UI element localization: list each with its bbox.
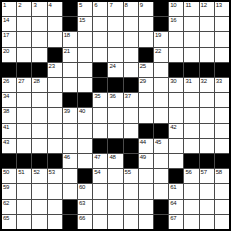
cell-r2-c1[interactable]: 14	[2, 17, 16, 31]
clue-number-2: 2	[18, 2, 21, 8]
clue-number-63: 63	[79, 200, 85, 206]
clue-number-31: 31	[185, 78, 191, 84]
cell-r12-c4[interactable]: 53	[48, 169, 62, 183]
cell-r2-c9[interactable]	[124, 17, 138, 31]
black-cell-r5-c12	[169, 63, 183, 77]
clue-number-23: 23	[49, 63, 55, 69]
cell-r15-c12[interactable]: 67	[169, 215, 183, 229]
cell-r13-c15[interactable]	[215, 184, 229, 198]
cell-r9-c9[interactable]	[124, 124, 138, 138]
cell-r4-c1[interactable]: 20	[2, 48, 16, 62]
cell-r11-c6[interactable]	[78, 154, 92, 168]
clue-number-34: 34	[3, 93, 9, 99]
black-cell-r10-c9	[124, 139, 138, 153]
cell-r6-c12[interactable]: 30	[169, 78, 183, 92]
cell-r5-c11[interactable]	[154, 63, 168, 77]
cell-r15-c14[interactable]	[200, 215, 214, 229]
black-cell-r1-c5	[63, 2, 77, 16]
cell-r12-c8[interactable]	[108, 169, 122, 183]
clue-number-35: 35	[94, 93, 100, 99]
cell-r3-c8[interactable]	[108, 32, 122, 46]
black-cell-r7-c5	[63, 93, 77, 107]
cell-r2-c4[interactable]	[48, 17, 62, 31]
clue-number-52: 52	[33, 169, 39, 175]
clue-number-54: 54	[94, 169, 100, 175]
cell-r13-c14[interactable]	[200, 184, 214, 198]
cell-r8-c1[interactable]: 38	[2, 108, 16, 122]
cell-r13-c9[interactable]	[124, 184, 138, 198]
cell-r9-c12[interactable]: 42	[169, 124, 183, 138]
clue-number-12: 12	[201, 2, 207, 8]
cell-r4-c7[interactable]	[93, 48, 107, 62]
cell-r8-c11[interactable]	[154, 108, 168, 122]
cell-r14-c3[interactable]	[32, 200, 46, 214]
cell-r1-c13[interactable]: 11	[184, 2, 198, 16]
cell-r7-c11[interactable]	[154, 93, 168, 107]
black-cell-r11-c4	[48, 154, 62, 168]
cell-r10-c10[interactable]: 44	[139, 139, 153, 153]
black-cell-r11-c2	[17, 154, 31, 168]
clue-number-33: 33	[216, 78, 222, 84]
cell-r9-c1[interactable]: 41	[2, 124, 16, 138]
cell-r7-c9[interactable]: 37	[124, 93, 138, 107]
cell-r11-c5[interactable]: 46	[63, 154, 77, 168]
cell-r10-c4[interactable]	[48, 139, 62, 153]
cell-r2-c2[interactable]	[17, 17, 31, 31]
cell-r3-c9[interactable]	[124, 32, 138, 46]
clue-number-11: 11	[185, 2, 191, 8]
cell-r6-c6[interactable]	[78, 78, 92, 92]
clue-number-50: 50	[3, 169, 9, 175]
cell-r15-c8[interactable]	[108, 215, 122, 229]
cell-r8-c5[interactable]: 39	[63, 108, 77, 122]
clue-number-6: 6	[94, 2, 97, 8]
cell-r6-c2[interactable]: 27	[17, 78, 31, 92]
black-cell-r5-c14	[200, 63, 214, 77]
cell-r11-c11[interactable]	[154, 154, 168, 168]
cell-r6-c15[interactable]: 33	[215, 78, 229, 92]
clue-number-5: 5	[79, 2, 82, 8]
cell-r13-c7[interactable]	[93, 184, 107, 198]
clue-number-21: 21	[64, 48, 70, 54]
clue-number-66: 66	[79, 215, 85, 221]
clue-number-24: 24	[109, 63, 115, 69]
clue-number-36: 36	[109, 93, 115, 99]
clue-number-3: 3	[33, 2, 36, 8]
cell-r9-c14[interactable]	[200, 124, 214, 138]
clue-number-67: 67	[170, 215, 176, 221]
cell-r8-c6[interactable]: 40	[78, 108, 92, 122]
black-cell-r10-c8	[108, 139, 122, 153]
cell-r1-c4[interactable]: 4	[48, 2, 62, 16]
clue-number-1: 1	[3, 2, 6, 8]
clue-number-55: 55	[125, 169, 131, 175]
black-cell-r15-c11	[154, 215, 168, 229]
cell-r9-c5[interactable]	[63, 124, 77, 138]
clue-number-38: 38	[3, 108, 9, 114]
cell-r13-c1[interactable]: 59	[2, 184, 16, 198]
cell-r8-c4[interactable]	[48, 108, 62, 122]
cell-r4-c11[interactable]: 22	[154, 48, 168, 62]
cell-r9-c3[interactable]	[32, 124, 46, 138]
cell-r15-c10[interactable]	[139, 215, 153, 229]
cell-r12-c3[interactable]: 52	[32, 169, 46, 183]
clue-number-41: 41	[3, 124, 9, 130]
cell-r1-c9[interactable]: 8	[124, 2, 138, 16]
black-cell-r5-c7	[93, 63, 107, 77]
cell-r5-c6[interactable]	[78, 63, 92, 77]
cell-r3-c15[interactable]	[215, 32, 229, 46]
clue-number-37: 37	[125, 93, 131, 99]
cell-r3-c1[interactable]: 17	[2, 32, 16, 46]
clue-number-25: 25	[140, 63, 146, 69]
cell-r13-c12[interactable]: 61	[169, 184, 183, 198]
cell-r2-c15[interactable]	[215, 17, 229, 31]
black-cell-r7-c6	[78, 93, 92, 107]
cell-r7-c7[interactable]: 35	[93, 93, 107, 107]
cell-r6-c4[interactable]	[48, 78, 62, 92]
clue-number-62: 62	[3, 200, 9, 206]
cell-r12-c2[interactable]: 51	[17, 169, 31, 183]
cell-r4-c6[interactable]	[78, 48, 92, 62]
black-cell-r5-c13	[184, 63, 198, 77]
cell-r9-c4[interactable]	[48, 124, 62, 138]
clue-number-58: 58	[216, 169, 222, 175]
cell-r14-c6[interactable]: 63	[78, 200, 92, 214]
cell-r7-c1[interactable]: 34	[2, 93, 16, 107]
cell-r10-c15[interactable]	[215, 139, 229, 153]
cell-r3-c13[interactable]	[184, 32, 198, 46]
cell-r5-c4[interactable]: 23	[48, 63, 62, 77]
clue-number-65: 65	[3, 215, 9, 221]
crossword-grid: 1234567891011121314151617181920212223242…	[0, 0, 231, 231]
clue-number-61: 61	[170, 184, 176, 190]
cell-r11-c10[interactable]: 49	[139, 154, 153, 168]
cell-r14-c13[interactable]	[184, 200, 198, 214]
black-cell-r1-c11	[154, 2, 168, 16]
cell-r13-c10[interactable]	[139, 184, 153, 198]
cell-r2-c12[interactable]: 16	[169, 17, 183, 31]
cell-r15-c3[interactable]	[32, 215, 46, 229]
cell-r1-c8[interactable]: 7	[108, 2, 122, 16]
clue-number-14: 14	[3, 17, 9, 23]
cell-r13-c5[interactable]	[63, 184, 77, 198]
cell-r15-c1[interactable]: 65	[2, 215, 16, 229]
cell-r6-c3[interactable]: 28	[32, 78, 46, 92]
cell-r5-c9[interactable]	[124, 63, 138, 77]
cell-r6-c13[interactable]: 31	[184, 78, 198, 92]
cell-r15-c6[interactable]: 66	[78, 215, 92, 229]
cell-r2-c14[interactable]	[200, 17, 214, 31]
clue-number-48: 48	[109, 154, 115, 160]
cell-r10-c14[interactable]	[200, 139, 214, 153]
cell-r7-c13[interactable]	[184, 93, 198, 107]
cell-r4-c13[interactable]	[184, 48, 198, 62]
cell-r1-c12[interactable]: 10	[169, 2, 183, 16]
clue-number-49: 49	[140, 154, 146, 160]
cell-r8-c12[interactable]	[169, 108, 183, 122]
clue-number-15: 15	[79, 17, 85, 23]
cell-r3-c12[interactable]	[169, 32, 183, 46]
cell-r8-c9[interactable]	[124, 108, 138, 122]
cell-r2-c13[interactable]	[184, 17, 198, 31]
black-cell-r4-c4	[48, 48, 62, 62]
cell-r10-c1[interactable]: 43	[2, 139, 16, 153]
cell-r10-c2[interactable]	[17, 139, 31, 153]
black-cell-r12-c12	[169, 169, 183, 183]
cell-r9-c6[interactable]	[78, 124, 92, 138]
cell-r2-c6[interactable]: 15	[78, 17, 92, 31]
cell-r5-c5[interactable]	[63, 63, 77, 77]
black-cell-r11-c14	[200, 154, 214, 168]
cell-r9-c2[interactable]	[17, 124, 31, 138]
cell-r6-c5[interactable]	[63, 78, 77, 92]
clue-number-44: 44	[140, 139, 146, 145]
black-cell-r9-c11	[154, 124, 168, 138]
cell-r14-c12[interactable]: 64	[169, 200, 183, 214]
clue-number-45: 45	[155, 139, 161, 145]
clue-number-29: 29	[140, 78, 146, 84]
cell-r7-c10[interactable]	[139, 93, 153, 107]
black-cell-r11-c3	[32, 154, 46, 168]
cell-r5-c8[interactable]: 24	[108, 63, 122, 77]
cell-r14-c8[interactable]	[108, 200, 122, 214]
black-cell-r15-c5	[63, 215, 77, 229]
cell-r15-c9[interactable]	[124, 215, 138, 229]
black-cell-r5-c3	[32, 63, 46, 77]
cell-r1-c15[interactable]: 13	[215, 2, 229, 16]
cell-r9-c15[interactable]	[215, 124, 229, 138]
cell-r4-c15[interactable]	[215, 48, 229, 62]
cell-r8-c13[interactable]	[184, 108, 198, 122]
cell-r4-c8[interactable]	[108, 48, 122, 62]
cell-r1-c7[interactable]: 6	[93, 2, 107, 16]
cell-r12-c13[interactable]: 56	[184, 169, 198, 183]
clue-number-4: 4	[49, 2, 52, 8]
clue-number-64: 64	[170, 200, 176, 206]
cell-r14-c1[interactable]: 62	[2, 200, 16, 214]
cell-r8-c14[interactable]	[200, 108, 214, 122]
black-cell-r5-c2	[17, 63, 31, 77]
clue-number-60: 60	[79, 184, 85, 190]
cell-r15-c7[interactable]	[93, 215, 107, 229]
cell-r7-c3[interactable]	[32, 93, 46, 107]
cell-r12-c15[interactable]: 58	[215, 169, 229, 183]
clue-number-19: 19	[155, 32, 161, 38]
cell-r14-c14[interactable]	[200, 200, 214, 214]
cell-r14-c9[interactable]	[124, 200, 138, 214]
cell-r7-c14[interactable]	[200, 93, 214, 107]
cell-r4-c2[interactable]	[17, 48, 31, 62]
cell-r3-c7[interactable]	[93, 32, 107, 46]
cell-r14-c4[interactable]	[48, 200, 62, 214]
cell-r12-c5[interactable]	[63, 169, 77, 183]
cell-r9-c8[interactable]	[108, 124, 122, 138]
clue-number-53: 53	[49, 169, 55, 175]
cell-r4-c14[interactable]	[200, 48, 214, 62]
cell-r14-c7[interactable]	[93, 200, 107, 214]
clue-number-46: 46	[64, 154, 70, 160]
black-cell-r6-c7	[93, 78, 107, 92]
cell-r9-c13[interactable]	[184, 124, 198, 138]
cell-r1-c2[interactable]: 2	[17, 2, 31, 16]
cell-r13-c8[interactable]	[108, 184, 122, 198]
cell-r6-c10[interactable]: 29	[139, 78, 153, 92]
clue-number-39: 39	[64, 108, 70, 114]
black-cell-r11-c15	[215, 154, 229, 168]
cell-r15-c13[interactable]	[184, 215, 198, 229]
black-cell-r11-c1	[2, 154, 16, 168]
clue-number-13: 13	[216, 2, 222, 8]
cell-r2-c8[interactable]	[108, 17, 122, 31]
cell-r14-c10[interactable]	[139, 200, 153, 214]
black-cell-r2-c5	[63, 17, 77, 31]
cell-r8-c8[interactable]	[108, 108, 122, 122]
cell-r8-c7[interactable]	[93, 108, 107, 122]
cell-r13-c11[interactable]	[154, 184, 168, 198]
black-cell-r2-c11	[154, 17, 168, 31]
cell-r11-c8[interactable]: 48	[108, 154, 122, 168]
cell-r10-c5[interactable]	[63, 139, 77, 153]
clue-number-18: 18	[64, 32, 70, 38]
black-cell-r12-c6	[78, 169, 92, 183]
cell-r2-c3[interactable]	[32, 17, 46, 31]
cell-r10-c12[interactable]	[169, 139, 183, 153]
cell-r13-c13[interactable]	[184, 184, 198, 198]
cell-r7-c4[interactable]	[48, 93, 62, 107]
cell-r4-c3[interactable]	[32, 48, 46, 62]
cell-r6-c14[interactable]: 32	[200, 78, 214, 92]
cell-r12-c9[interactable]: 55	[124, 169, 138, 183]
cell-r1-c3[interactable]: 3	[32, 2, 46, 16]
cell-r7-c2[interactable]	[17, 93, 31, 107]
black-cell-r11-c13	[184, 154, 198, 168]
clue-number-10: 10	[170, 2, 176, 8]
black-cell-r5-c15	[215, 63, 229, 77]
cell-r8-c2[interactable]	[17, 108, 31, 122]
cell-r9-c7[interactable]	[93, 124, 107, 138]
clue-number-28: 28	[33, 78, 39, 84]
cell-r12-c14[interactable]: 57	[200, 169, 214, 183]
black-cell-r14-c5	[63, 200, 77, 214]
cell-r10-c13[interactable]	[184, 139, 198, 153]
cell-r13-c2[interactable]	[17, 184, 31, 198]
cell-r12-c7[interactable]: 54	[93, 169, 107, 183]
cell-r1-c10[interactable]: 9	[139, 2, 153, 16]
cell-r10-c11[interactable]: 45	[154, 139, 168, 153]
clue-number-7: 7	[109, 2, 112, 8]
cell-r1-c14[interactable]: 12	[200, 2, 214, 16]
clue-number-59: 59	[3, 184, 9, 190]
black-cell-r11-c9	[124, 154, 138, 168]
cell-r2-c10[interactable]	[139, 17, 153, 31]
cell-r4-c9[interactable]	[124, 48, 138, 62]
clue-number-47: 47	[94, 154, 100, 160]
cell-r11-c12[interactable]	[169, 154, 183, 168]
cell-r5-c10[interactable]: 25	[139, 63, 153, 77]
clue-number-8: 8	[125, 2, 128, 8]
cell-r3-c14[interactable]	[200, 32, 214, 46]
cell-r3-c2[interactable]	[17, 32, 31, 46]
cell-r3-c6[interactable]	[78, 32, 92, 46]
clue-number-16: 16	[170, 17, 176, 23]
black-cell-r4-c10	[139, 48, 153, 62]
cell-r7-c12[interactable]	[169, 93, 183, 107]
black-cell-r9-c10	[139, 124, 153, 138]
cell-r11-c7[interactable]: 47	[93, 154, 107, 168]
cell-r13-c4[interactable]	[48, 184, 62, 198]
clue-number-9: 9	[140, 2, 143, 8]
clue-number-30: 30	[170, 78, 176, 84]
cell-r3-c4[interactable]	[48, 32, 62, 46]
clue-number-17: 17	[3, 32, 9, 38]
clue-number-20: 20	[3, 48, 9, 54]
cell-r4-c12[interactable]	[169, 48, 183, 62]
cell-r3-c5[interactable]: 18	[63, 32, 77, 46]
cell-r8-c15[interactable]	[215, 108, 229, 122]
cell-r3-c11[interactable]: 19	[154, 32, 168, 46]
cell-r7-c15[interactable]	[215, 93, 229, 107]
cell-r14-c15[interactable]	[215, 200, 229, 214]
cell-r15-c4[interactable]	[48, 215, 62, 229]
cell-r12-c1[interactable]: 50	[2, 169, 16, 183]
cell-r13-c3[interactable]	[32, 184, 46, 198]
clue-number-26: 26	[3, 78, 9, 84]
black-cell-r10-c7	[93, 139, 107, 153]
clue-number-56: 56	[185, 169, 191, 175]
cell-r7-c8[interactable]: 36	[108, 93, 122, 107]
black-cell-r14-c11	[154, 200, 168, 214]
cell-r1-c6[interactable]: 5	[78, 2, 92, 16]
clue-number-27: 27	[18, 78, 24, 84]
clue-number-40: 40	[79, 108, 85, 114]
cell-r12-c11[interactable]	[154, 169, 168, 183]
cell-r15-c15[interactable]	[215, 215, 229, 229]
clue-number-32: 32	[201, 78, 207, 84]
cell-r4-c5[interactable]: 21	[63, 48, 77, 62]
cell-r10-c3[interactable]	[32, 139, 46, 153]
black-cell-r6-c8	[108, 78, 122, 92]
cell-r14-c2[interactable]	[17, 200, 31, 214]
black-cell-r5-c1	[2, 63, 16, 77]
cell-r8-c10[interactable]	[139, 108, 153, 122]
cell-r3-c3[interactable]	[32, 32, 46, 46]
cell-r6-c1[interactable]: 26	[2, 78, 16, 92]
clue-number-57: 57	[201, 169, 207, 175]
clue-number-42: 42	[170, 124, 176, 130]
black-cell-r6-c9	[124, 78, 138, 92]
cell-r12-c10[interactable]	[139, 169, 153, 183]
cell-r10-c6[interactable]	[78, 139, 92, 153]
cell-r1-c1[interactable]: 1	[2, 2, 16, 16]
cell-r8-c3[interactable]	[32, 108, 46, 122]
clue-number-22: 22	[155, 48, 161, 54]
clue-number-51: 51	[18, 169, 24, 175]
cell-r2-c7[interactable]	[93, 17, 107, 31]
cell-r3-c10[interactable]	[139, 32, 153, 46]
cell-r15-c2[interactable]	[17, 215, 31, 229]
cell-r13-c6[interactable]: 60	[78, 184, 92, 198]
cell-r6-c11[interactable]	[154, 78, 168, 92]
clue-number-43: 43	[3, 139, 9, 145]
